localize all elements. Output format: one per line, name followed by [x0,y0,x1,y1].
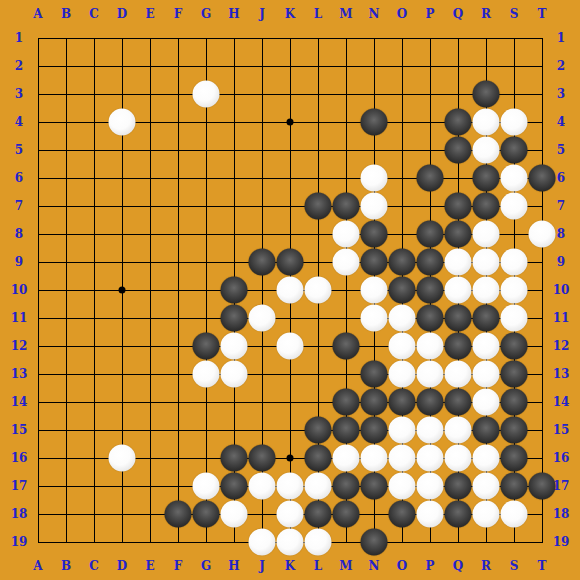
row-label-right: 3 [557,88,565,100]
white-stone[interactable] [333,445,360,472]
white-stone[interactable] [221,501,248,528]
black-stone[interactable] [277,249,304,276]
row-label-right: 10 [553,284,570,296]
black-stone[interactable] [473,417,500,444]
white-stone[interactable] [193,473,220,500]
white-stone[interactable] [389,333,416,360]
black-stone[interactable] [221,305,248,332]
row-label-right: 1 [557,32,565,44]
black-stone[interactable] [501,417,528,444]
row-label-left: 11 [11,312,28,324]
column-label-bottom: Q [453,560,463,572]
white-stone[interactable] [473,501,500,528]
white-stone[interactable] [361,277,388,304]
row-label-right: 14 [553,396,570,408]
white-stone[interactable] [193,81,220,108]
row-label-left: 9 [15,256,23,268]
column-label-bottom: N [369,560,380,572]
white-stone[interactable] [389,417,416,444]
black-stone[interactable] [361,417,388,444]
row-label-left: 10 [11,284,28,296]
black-stone[interactable] [501,333,528,360]
column-label-top: J [259,8,265,20]
black-stone[interactable] [165,501,192,528]
white-stone[interactable] [389,361,416,388]
row-label-left: 19 [11,536,28,548]
white-stone[interactable] [417,361,444,388]
white-stone[interactable] [473,473,500,500]
black-stone[interactable] [361,361,388,388]
row-label-right: 5 [557,144,565,156]
black-stone[interactable] [501,445,528,472]
star-point [287,455,294,462]
black-stone[interactable] [501,361,528,388]
row-label-left: 2 [15,60,23,72]
row-label-left: 12 [11,340,28,352]
white-stone[interactable] [445,417,472,444]
black-stone[interactable] [361,529,388,556]
column-label-top: M [339,8,352,20]
column-label-top: Q [453,8,463,20]
white-stone[interactable] [389,305,416,332]
black-stone[interactable] [193,501,220,528]
white-stone[interactable] [473,445,500,472]
column-label-top: A [33,8,42,20]
black-stone[interactable] [445,389,472,416]
white-stone[interactable] [501,277,528,304]
white-stone[interactable] [473,221,500,248]
black-stone[interactable] [445,221,472,248]
row-label-right: 15 [553,424,570,436]
black-stone[interactable] [333,501,360,528]
black-stone[interactable] [473,81,500,108]
star-point [119,287,126,294]
black-stone[interactable] [445,109,472,136]
black-stone[interactable] [445,305,472,332]
star-point [287,119,294,126]
black-stone[interactable] [361,221,388,248]
white-stone[interactable] [473,277,500,304]
black-stone[interactable] [417,277,444,304]
white-stone[interactable] [445,277,472,304]
white-stone[interactable] [473,333,500,360]
white-stone[interactable] [417,473,444,500]
white-stone[interactable] [249,305,276,332]
black-stone[interactable] [333,193,360,220]
row-label-right: 2 [557,60,565,72]
row-label-left: 13 [11,368,28,380]
white-stone[interactable] [193,361,220,388]
column-label-bottom: S [510,560,519,572]
white-stone[interactable] [501,165,528,192]
black-stone[interactable] [389,501,416,528]
row-label-right: 16 [553,452,570,464]
white-stone[interactable] [109,109,136,136]
row-label-right: 6 [557,172,565,184]
row-label-left: 3 [15,88,23,100]
white-stone[interactable] [417,445,444,472]
white-stone[interactable] [305,277,332,304]
row-label-left: 7 [15,200,23,212]
row-label-right: 7 [557,200,565,212]
column-label-bottom: F [174,560,183,572]
white-stone[interactable] [473,361,500,388]
row-label-right: 4 [557,116,565,128]
white-stone[interactable] [221,333,248,360]
black-stone[interactable] [529,473,556,500]
white-stone[interactable] [305,529,332,556]
black-stone[interactable] [361,473,388,500]
white-stone[interactable] [389,473,416,500]
column-label-top: L [314,8,322,20]
white-stone[interactable] [249,473,276,500]
row-label-left: 14 [11,396,28,408]
white-stone[interactable] [333,221,360,248]
black-stone[interactable] [305,501,332,528]
white-stone[interactable] [389,445,416,472]
white-stone[interactable] [501,501,528,528]
white-stone[interactable] [361,165,388,192]
column-label-bottom: M [339,560,352,572]
column-label-bottom: C [89,560,99,572]
white-stone[interactable] [501,193,528,220]
black-stone[interactable] [501,389,528,416]
row-label-left: 16 [11,452,28,464]
column-label-bottom: H [228,560,239,572]
row-label-left: 5 [15,144,23,156]
white-stone[interactable] [473,137,500,164]
white-stone[interactable] [305,473,332,500]
white-stone[interactable] [473,389,500,416]
white-stone[interactable] [417,501,444,528]
row-label-left: 1 [15,32,23,44]
row-label-right: 13 [553,368,570,380]
white-stone[interactable] [473,109,500,136]
column-label-bottom: D [117,560,127,572]
row-label-right: 18 [553,508,570,520]
black-stone[interactable] [361,249,388,276]
row-label-left: 18 [11,508,28,520]
row-label-left: 15 [11,424,28,436]
row-label-left: 8 [15,228,23,240]
column-label-top: S [510,8,519,20]
white-stone[interactable] [109,445,136,472]
black-stone[interactable] [389,249,416,276]
white-stone[interactable] [277,333,304,360]
column-label-top: H [228,8,239,20]
row-label-left: 17 [11,480,28,492]
black-stone[interactable] [361,109,388,136]
white-stone[interactable] [501,109,528,136]
column-label-bottom: T [538,560,547,572]
white-stone[interactable] [361,445,388,472]
column-label-top: E [145,8,154,20]
column-label-top: R [481,8,491,20]
column-label-top: T [538,8,547,20]
black-stone[interactable] [417,221,444,248]
black-stone[interactable] [417,389,444,416]
white-stone[interactable] [529,221,556,248]
column-label-bottom: O [397,560,407,572]
black-stone[interactable] [417,249,444,276]
go-board[interactable]: AABBCCDDEEFFGGHHJJKKLLMMNNOOPPQQRRSSTT11… [0,0,580,580]
go-game-screenshot: AABBCCDDEEFFGGHHJJKKLLMMNNOOPPQQRRSSTT11… [0,0,580,580]
black-stone[interactable] [389,389,416,416]
column-label-top: F [174,8,183,20]
white-stone[interactable] [417,417,444,444]
black-stone[interactable] [473,193,500,220]
black-stone[interactable] [333,473,360,500]
black-stone[interactable] [305,417,332,444]
white-stone[interactable] [277,529,304,556]
column-label-top: P [425,8,434,20]
black-stone[interactable] [473,165,500,192]
column-label-bottom: K [285,560,295,572]
black-stone[interactable] [501,137,528,164]
column-label-bottom: A [33,560,42,572]
black-stone[interactable] [445,193,472,220]
white-stone[interactable] [501,249,528,276]
column-label-top: D [117,8,127,20]
white-stone[interactable] [249,529,276,556]
black-stone[interactable] [473,305,500,332]
black-stone[interactable] [305,193,332,220]
black-stone[interactable] [417,305,444,332]
column-label-bottom: J [259,560,265,572]
white-stone[interactable] [277,277,304,304]
black-stone[interactable] [333,333,360,360]
white-stone[interactable] [417,333,444,360]
black-stone[interactable] [221,277,248,304]
column-label-top: G [201,8,211,20]
white-stone[interactable] [445,361,472,388]
column-label-bottom: G [201,560,211,572]
row-label-right: 11 [553,312,570,324]
column-label-bottom: B [61,560,71,572]
black-stone[interactable] [529,165,556,192]
row-label-left: 6 [15,172,23,184]
black-stone[interactable] [361,389,388,416]
white-stone[interactable] [361,305,388,332]
black-stone[interactable] [249,249,276,276]
column-label-top: K [285,8,295,20]
black-stone[interactable] [221,445,248,472]
white-stone[interactable] [333,249,360,276]
black-stone[interactable] [249,445,276,472]
black-stone[interactable] [333,389,360,416]
white-stone[interactable] [501,305,528,332]
row-label-right: 9 [557,256,565,268]
column-label-top: B [61,8,71,20]
column-label-top: N [369,8,380,20]
black-stone[interactable] [389,277,416,304]
black-stone[interactable] [417,165,444,192]
column-label-top: O [397,8,407,20]
black-stone[interactable] [501,473,528,500]
column-label-bottom: E [145,560,154,572]
white-stone[interactable] [277,473,304,500]
black-stone[interactable] [333,417,360,444]
white-stone[interactable] [221,361,248,388]
white-stone[interactable] [445,445,472,472]
white-stone[interactable] [277,501,304,528]
row-label-right: 12 [553,340,570,352]
column-label-bottom: L [314,560,322,572]
black-stone[interactable] [445,137,472,164]
column-label-bottom: P [425,560,434,572]
grid-line-vertical [542,38,543,543]
column-label-bottom: R [481,560,491,572]
white-stone[interactable] [361,193,388,220]
column-label-top: C [89,8,99,20]
white-stone[interactable] [473,249,500,276]
row-label-left: 4 [15,116,23,128]
black-stone[interactable] [193,333,220,360]
black-stone[interactable] [445,333,472,360]
black-stone[interactable] [305,445,332,472]
black-stone[interactable] [221,473,248,500]
black-stone[interactable] [445,473,472,500]
white-stone[interactable] [445,249,472,276]
black-stone[interactable] [445,501,472,528]
row-label-right: 8 [557,228,565,240]
row-label-right: 19 [553,536,570,548]
